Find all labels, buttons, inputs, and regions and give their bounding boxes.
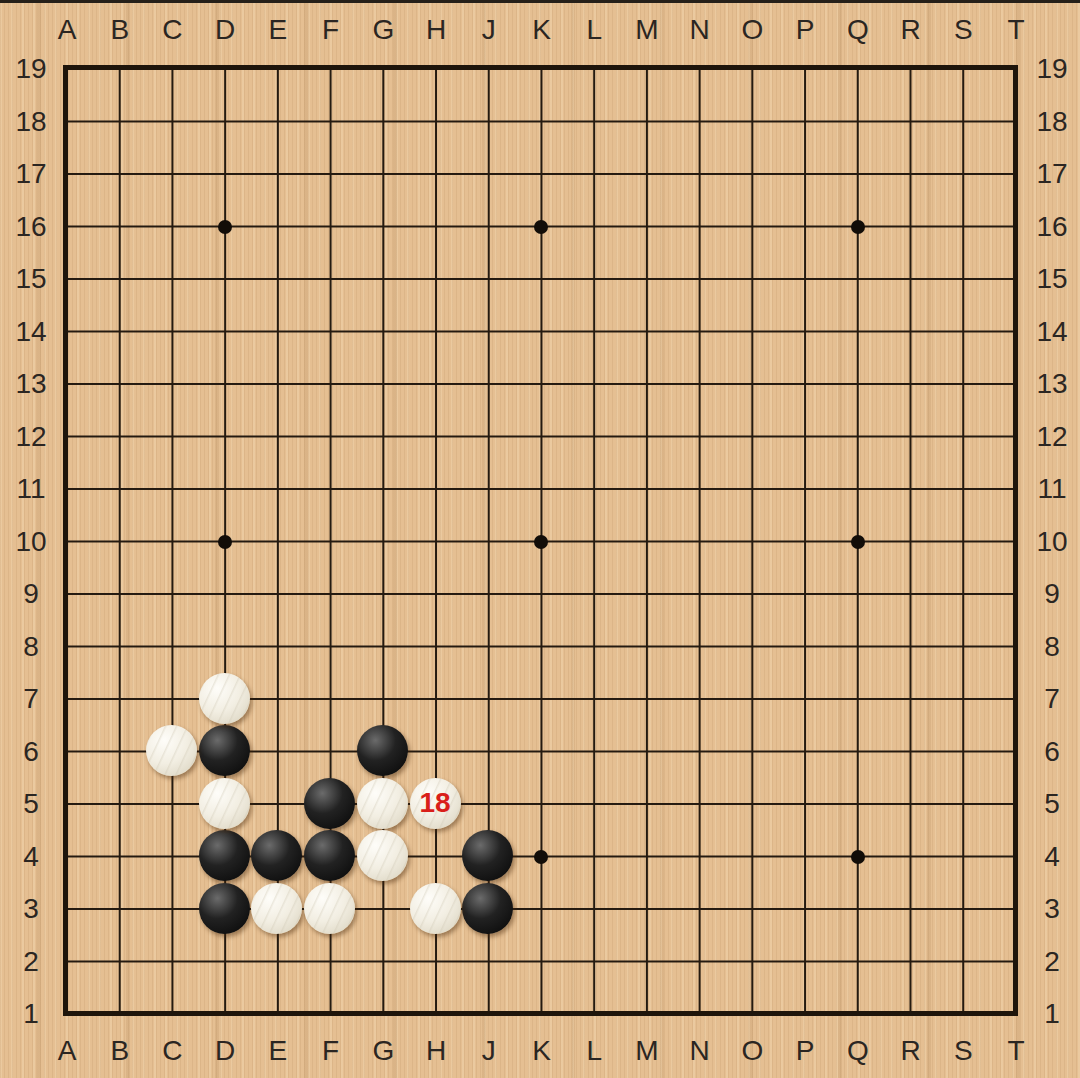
coord-label-left-4: 4 bbox=[23, 843, 39, 871]
coord-label-right-11: 11 bbox=[1037, 475, 1066, 503]
coord-label-bottom-E: E bbox=[269, 1037, 288, 1065]
black-stone-D3[interactable] bbox=[199, 883, 250, 934]
white-stone-E3[interactable] bbox=[251, 883, 302, 934]
coord-label-left-14: 14 bbox=[15, 318, 46, 346]
coord-label-left-13: 13 bbox=[15, 370, 46, 398]
black-stone-D6[interactable] bbox=[199, 725, 250, 776]
coord-label-top-S: S bbox=[954, 16, 973, 44]
coord-label-left-2: 2 bbox=[23, 948, 39, 976]
coord-label-bottom-M: M bbox=[635, 1037, 658, 1065]
white-stone-D5[interactable] bbox=[199, 778, 250, 829]
coord-label-top-T: T bbox=[1007, 16, 1024, 44]
black-stone-D4[interactable] bbox=[199, 830, 250, 881]
coord-label-right-15: 15 bbox=[1036, 265, 1067, 293]
coord-label-right-9: 9 bbox=[1044, 580, 1060, 608]
coord-label-top-R: R bbox=[900, 16, 920, 44]
white-stone-G5[interactable] bbox=[357, 778, 408, 829]
coord-label-top-N: N bbox=[690, 16, 710, 44]
coord-label-right-13: 13 bbox=[1036, 370, 1067, 398]
coord-label-left-7: 7 bbox=[23, 685, 39, 713]
white-stone-G4[interactable] bbox=[357, 830, 408, 881]
black-stone-E4[interactable] bbox=[251, 830, 302, 881]
coord-label-top-P: P bbox=[796, 16, 815, 44]
coord-label-right-6: 6 bbox=[1044, 738, 1060, 766]
coord-label-left-15: 15 bbox=[15, 265, 46, 293]
coord-label-left-6: 6 bbox=[23, 738, 39, 766]
coord-label-bottom-B: B bbox=[110, 1037, 129, 1065]
coord-label-top-M: M bbox=[635, 16, 658, 44]
stones-layer: 18 bbox=[40, 42, 1042, 1040]
coord-label-bottom-O: O bbox=[741, 1037, 763, 1065]
coord-label-bottom-T: T bbox=[1007, 1037, 1024, 1065]
coord-label-left-18: 18 bbox=[15, 108, 46, 136]
coord-label-top-A: A bbox=[58, 16, 77, 44]
coord-label-top-O: O bbox=[741, 16, 763, 44]
coord-label-top-G: G bbox=[372, 16, 394, 44]
coord-label-bottom-K: K bbox=[532, 1037, 551, 1065]
coord-label-bottom-A: A bbox=[58, 1037, 77, 1065]
coord-label-right-8: 8 bbox=[1044, 633, 1060, 661]
coord-label-right-17: 17 bbox=[1036, 160, 1067, 188]
coord-label-bottom-F: F bbox=[322, 1037, 339, 1065]
coord-label-right-1: 1 bbox=[1044, 1000, 1060, 1028]
coord-label-left-10: 10 bbox=[15, 528, 46, 556]
coord-label-left-8: 8 bbox=[23, 633, 39, 661]
coord-label-right-18: 18 bbox=[1036, 108, 1067, 136]
coord-label-right-2: 2 bbox=[1044, 948, 1060, 976]
coord-label-bottom-H: H bbox=[426, 1037, 446, 1065]
coord-label-right-16: 16 bbox=[1036, 213, 1067, 241]
coord-label-right-12: 12 bbox=[1036, 423, 1067, 451]
coord-label-bottom-L: L bbox=[586, 1037, 602, 1065]
black-stone-J4[interactable] bbox=[462, 830, 513, 881]
coord-label-bottom-C: C bbox=[162, 1037, 182, 1065]
coord-label-bottom-R: R bbox=[900, 1037, 920, 1065]
coord-label-top-H: H bbox=[426, 16, 446, 44]
white-stone-C6[interactable] bbox=[146, 725, 197, 776]
coord-label-bottom-G: G bbox=[372, 1037, 394, 1065]
coord-label-left-16: 16 bbox=[15, 213, 46, 241]
coord-label-top-C: C bbox=[162, 16, 182, 44]
white-stone-H5[interactable]: 18 bbox=[410, 778, 461, 829]
coord-label-top-B: B bbox=[110, 16, 129, 44]
move-number-label: 18 bbox=[419, 789, 450, 817]
coord-label-bottom-N: N bbox=[690, 1037, 710, 1065]
coord-label-right-14: 14 bbox=[1036, 318, 1067, 346]
coord-label-top-F: F bbox=[322, 16, 339, 44]
black-stone-G6[interactable] bbox=[357, 725, 408, 776]
coord-label-right-7: 7 bbox=[1044, 685, 1060, 713]
coord-label-bottom-P: P bbox=[796, 1037, 815, 1065]
coord-label-left-5: 5 bbox=[23, 790, 39, 818]
coord-label-right-19: 19 bbox=[1036, 55, 1067, 83]
coord-label-right-10: 10 bbox=[1036, 528, 1067, 556]
coord-label-bottom-Q: Q bbox=[847, 1037, 869, 1065]
white-stone-D7[interactable] bbox=[199, 673, 250, 724]
coord-label-top-Q: Q bbox=[847, 16, 869, 44]
coord-label-top-L: L bbox=[586, 16, 602, 44]
black-stone-J3[interactable] bbox=[462, 883, 513, 934]
coord-label-top-E: E bbox=[269, 16, 288, 44]
coord-label-right-3: 3 bbox=[1044, 895, 1060, 923]
coord-label-left-11: 11 bbox=[16, 475, 45, 503]
coord-label-left-12: 12 bbox=[15, 423, 46, 451]
coord-label-bottom-S: S bbox=[954, 1037, 973, 1065]
coord-label-bottom-J: J bbox=[482, 1037, 496, 1065]
black-stone-F4[interactable] bbox=[304, 830, 355, 881]
white-stone-H3[interactable] bbox=[410, 883, 461, 934]
coord-label-top-J: J bbox=[482, 16, 496, 44]
coord-label-left-19: 19 bbox=[15, 55, 46, 83]
white-stone-F3[interactable] bbox=[304, 883, 355, 934]
window-edge-strip bbox=[0, 0, 1080, 3]
coord-label-left-1: 1 bbox=[23, 1000, 39, 1028]
coord-label-right-5: 5 bbox=[1044, 790, 1060, 818]
coord-label-left-9: 9 bbox=[23, 580, 39, 608]
coord-label-left-3: 3 bbox=[23, 895, 39, 923]
go-board: 18 AABBCCDDEEFFGGHHJJKKLLMMNNOOPPQQRRSST… bbox=[0, 0, 1080, 1078]
coord-label-bottom-D: D bbox=[215, 1037, 235, 1065]
coord-label-right-4: 4 bbox=[1044, 843, 1060, 871]
black-stone-F5[interactable] bbox=[304, 778, 355, 829]
coord-label-top-D: D bbox=[215, 16, 235, 44]
coord-label-top-K: K bbox=[532, 16, 551, 44]
coord-label-left-17: 17 bbox=[15, 160, 46, 188]
